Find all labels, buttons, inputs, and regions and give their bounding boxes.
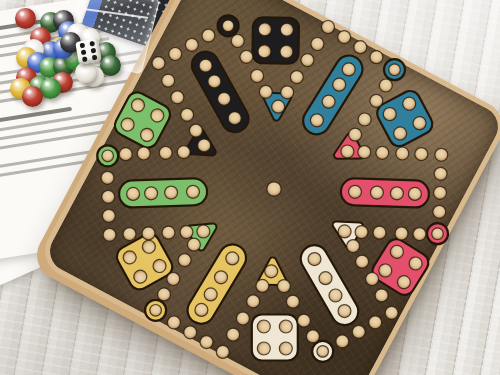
pink-stretch-hole[interactable] xyxy=(349,185,362,198)
track-hole[interactable] xyxy=(189,124,202,137)
white-base xyxy=(252,315,298,361)
track-hole[interactable] xyxy=(301,54,314,67)
white-base-hole[interactable] xyxy=(257,320,270,333)
track-hole[interactable] xyxy=(434,167,447,180)
track-hole[interactable] xyxy=(158,288,171,301)
yellow-stretch-hole[interactable] xyxy=(226,252,239,265)
green-base xyxy=(111,89,173,151)
track-hole[interactable] xyxy=(240,50,253,63)
black-triangle-hole[interactable] xyxy=(198,139,211,152)
teal-stretch-hole[interactable] xyxy=(342,63,355,76)
pink-stretch-hole[interactable] xyxy=(408,187,421,200)
black-stretch-hole[interactable] xyxy=(228,112,241,125)
yellow-start-hole[interactable] xyxy=(150,305,162,317)
track-hole[interactable] xyxy=(181,108,194,121)
track-hole[interactable] xyxy=(185,38,198,51)
black-base-hole[interactable] xyxy=(280,23,293,36)
die-pip xyxy=(81,50,86,55)
track-hole[interactable] xyxy=(286,295,299,308)
black-base-hole[interactable] xyxy=(258,23,271,36)
track-hole[interactable] xyxy=(349,128,362,141)
track-hole[interactable] xyxy=(354,41,367,54)
track-hole[interactable] xyxy=(123,228,136,241)
white-base-hole[interactable] xyxy=(257,342,270,355)
pink-start-hole[interactable] xyxy=(432,228,444,240)
track-hole[interactable] xyxy=(373,226,386,239)
track-hole[interactable] xyxy=(379,79,392,92)
black-stretch-hole[interactable] xyxy=(208,75,221,88)
track-hole[interactable] xyxy=(290,71,303,84)
black-base xyxy=(252,17,299,64)
die-showing-six[interactable] xyxy=(75,38,102,65)
pink-triangle-hole[interactable] xyxy=(341,145,354,158)
teal-start-hole[interactable] xyxy=(389,64,401,76)
track-hole[interactable] xyxy=(395,227,408,240)
photo-scene xyxy=(0,0,500,375)
track-hole[interactable] xyxy=(177,146,190,159)
track-hole[interactable] xyxy=(102,190,115,203)
track-hole[interactable] xyxy=(338,31,351,44)
track-hole[interactable] xyxy=(376,146,389,159)
track-hole[interactable] xyxy=(370,51,383,64)
track-hole[interactable] xyxy=(119,148,132,161)
yellow-stretch-hole[interactable] xyxy=(204,288,217,301)
black-base-hole[interactable] xyxy=(280,45,293,58)
track-hole[interactable] xyxy=(202,29,215,42)
track-hole[interactable] xyxy=(413,228,426,241)
black-stretch-hole[interactable] xyxy=(199,59,212,72)
black-base-hole[interactable] xyxy=(258,45,271,58)
track-hole[interactable] xyxy=(231,35,244,48)
track-hole[interactable] xyxy=(167,316,180,329)
track-hole[interactable] xyxy=(358,146,371,159)
track-hole[interactable] xyxy=(306,330,319,343)
track-hole[interactable] xyxy=(322,21,335,34)
teal-base xyxy=(374,87,436,149)
track-hole[interactable] xyxy=(187,238,200,251)
white-stretch-hole[interactable] xyxy=(329,289,342,302)
die-pip xyxy=(79,43,84,48)
track-hole[interactable] xyxy=(352,325,365,338)
die-pip xyxy=(91,48,96,53)
track-hole[interactable] xyxy=(200,336,213,349)
center-hole[interactable] xyxy=(267,182,281,196)
track-hole[interactable] xyxy=(162,74,175,87)
black-stretch-hole[interactable] xyxy=(218,92,231,105)
track-hole[interactable] xyxy=(142,227,155,240)
track-hole[interactable] xyxy=(347,240,360,253)
track-hole[interactable] xyxy=(101,171,114,184)
track-hole[interactable] xyxy=(180,226,193,239)
yellow-stretch-hole[interactable] xyxy=(215,271,228,284)
track-hole[interactable] xyxy=(184,326,197,339)
black-start-hole[interactable] xyxy=(222,20,234,32)
teal-triangle-hole[interactable] xyxy=(272,100,285,113)
track-hole[interactable] xyxy=(435,148,448,161)
white-base-hole[interactable] xyxy=(279,342,292,355)
holes xyxy=(101,20,448,358)
white-start-hole[interactable] xyxy=(317,346,329,358)
yellow-stretch-hole[interactable] xyxy=(195,303,208,316)
green-start-hole[interactable] xyxy=(102,150,114,162)
pink-stretch-hole[interactable] xyxy=(370,186,383,199)
track-hole[interactable] xyxy=(433,205,446,218)
track-hole[interactable] xyxy=(366,273,379,286)
yellow-base xyxy=(113,230,176,293)
green-stretch-hole[interactable] xyxy=(127,187,140,200)
die-pip xyxy=(82,57,87,62)
track-hole[interactable] xyxy=(336,335,349,348)
white-triangle-hole[interactable] xyxy=(338,225,351,238)
teal-stretch-hole[interactable] xyxy=(322,95,335,108)
track-hole[interactable] xyxy=(102,209,115,222)
track-hole[interactable] xyxy=(227,328,240,341)
track-hole[interactable] xyxy=(159,146,172,159)
white-stretch-hole[interactable] xyxy=(319,272,332,285)
track-hole[interactable] xyxy=(167,273,180,286)
track-hole[interactable] xyxy=(103,228,116,241)
track-hole[interactable] xyxy=(297,314,310,327)
green-stretch-hole[interactable] xyxy=(165,186,178,199)
track-hole[interactable] xyxy=(216,345,229,358)
track-hole[interactable] xyxy=(434,186,447,199)
track-hole[interactable] xyxy=(415,148,428,161)
green-stretch-hole[interactable] xyxy=(145,187,158,200)
white-base-hole[interactable] xyxy=(279,320,292,333)
track-hole[interactable] xyxy=(311,38,324,51)
track-hole[interactable] xyxy=(178,254,191,267)
teal-stretch-hole[interactable] xyxy=(310,114,323,127)
red-marble[interactable] xyxy=(15,8,36,29)
track-hole[interactable] xyxy=(355,226,368,239)
track-hole[interactable] xyxy=(281,86,294,99)
track-hole[interactable] xyxy=(171,91,184,104)
track-hole[interactable] xyxy=(169,48,182,61)
die-pip xyxy=(92,55,97,60)
track-hole[interactable] xyxy=(256,279,269,292)
red-marble[interactable] xyxy=(22,86,43,107)
die-pip xyxy=(90,41,95,46)
green-triangle-hole[interactable] xyxy=(197,225,210,238)
green-marble[interactable] xyxy=(40,78,61,99)
track-hole[interactable] xyxy=(259,85,272,98)
track-hole[interactable] xyxy=(247,295,260,308)
white-stretch-hole[interactable] xyxy=(338,305,351,318)
track-hole[interactable] xyxy=(137,147,150,160)
bag-crease xyxy=(83,8,148,19)
pink-stretch-hole[interactable] xyxy=(390,187,403,200)
teal-stretch-hole[interactable] xyxy=(333,78,346,91)
track-hole[interactable] xyxy=(236,312,249,325)
track-hole[interactable] xyxy=(375,289,388,302)
track-hole[interactable] xyxy=(277,280,290,293)
track-hole[interactable] xyxy=(370,94,383,107)
track-hole[interactable] xyxy=(251,70,264,83)
track-hole[interactable] xyxy=(162,226,175,239)
track-hole[interactable] xyxy=(356,255,369,268)
track-hole[interactable] xyxy=(369,316,382,329)
track-hole[interactable] xyxy=(152,57,165,70)
yellow-triangle-hole[interactable] xyxy=(265,265,278,278)
white-stretch-hole[interactable] xyxy=(308,253,321,266)
track-hole[interactable] xyxy=(358,113,371,126)
track-hole[interactable] xyxy=(385,306,398,319)
track-hole[interactable] xyxy=(396,147,409,160)
green-stretch-hole[interactable] xyxy=(187,185,200,198)
white-marble[interactable] xyxy=(75,62,96,83)
